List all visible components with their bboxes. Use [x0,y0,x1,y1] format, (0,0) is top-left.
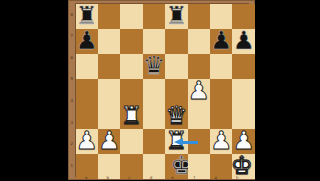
square-g5[interactable] [210,79,232,104]
piece-black-queen-d6[interactable]: ♛ [143,53,165,78]
square-c8[interactable] [120,4,142,29]
rank-label-3: 3 [68,111,76,133]
file-label-e: e [162,176,184,181]
square-h6[interactable] [232,54,254,79]
piece-white-pawn-h2[interactable]: ♟ [232,128,254,153]
piece-white-pawn-f5[interactable]: ♟ [188,78,210,103]
piece-white-pawn-g2[interactable]: ♟ [210,128,232,153]
square-g2[interactable]: ♟ [210,129,232,154]
file-label-c: c [119,176,141,181]
rank-label-5: 5 [68,68,76,90]
square-e7[interactable] [165,29,187,54]
file-label-d: d [140,176,162,181]
square-b2[interactable]: ♟ [98,129,120,154]
square-d6[interactable]: ♛ [143,54,165,79]
square-a2[interactable]: ♟ [76,129,98,154]
square-c3[interactable]: ♜ [120,104,142,129]
square-g6[interactable] [210,54,232,79]
rank-label-4: 4 [68,90,76,112]
move-arrow-shaft [182,141,198,144]
square-d3[interactable] [143,104,165,129]
move-arrow [174,138,199,147]
piece-white-pawn-b2[interactable]: ♟ [98,128,120,153]
piece-black-pawn-a7[interactable]: ♟ [76,28,98,53]
rank-label-6: 6 [68,47,76,69]
rank-labels: 87654321 [68,4,76,177]
square-f7[interactable] [188,29,210,54]
video-frame: 87654321 ♜♜♟♟♟♛♟♜♛♟♟♜♟♟♚♚ abcdefgh [0,0,320,180]
square-a7[interactable]: ♟ [76,29,98,54]
file-labels: abcdefgh [76,176,249,181]
square-d8[interactable] [143,4,165,29]
file-label-h: h [226,176,248,181]
chess-board-squares: ♜♜♟♟♟♛♟♜♛♟♟♜♟♟♚♚ [76,4,249,177]
piece-white-pawn-a2[interactable]: ♟ [76,128,98,153]
piece-black-pawn-g7[interactable]: ♟ [210,28,232,53]
square-a5[interactable] [76,79,98,104]
piece-black-rook-e8[interactable]: ♜ [165,3,187,28]
square-c6[interactable] [120,54,142,79]
rank-label-2: 2 [68,133,76,155]
square-f5[interactable]: ♟ [188,79,210,104]
square-a6[interactable] [76,54,98,79]
piece-black-rook-a8[interactable]: ♜ [76,3,98,28]
piece-black-pawn-h7[interactable]: ♟ [232,28,254,53]
square-b6[interactable] [98,54,120,79]
rank-label-8: 8 [68,4,76,26]
square-d2[interactable] [143,129,165,154]
piece-white-king-h1[interactable]: ♚ [230,153,252,178]
square-g7[interactable]: ♟ [210,29,232,54]
piece-white-queen-e3[interactable]: ♛ [165,103,187,128]
file-label-f: f [183,176,205,181]
rank-label-7: 7 [68,25,76,47]
square-f3[interactable] [188,104,210,129]
piece-white-rook-c3[interactable]: ♜ [120,103,142,128]
file-label-g: g [205,176,227,181]
file-label-a: a [76,176,98,181]
square-e8[interactable]: ♜ [165,4,187,29]
square-b8[interactable] [98,4,120,29]
square-f8[interactable] [188,4,210,29]
rank-label-1: 1 [68,154,76,176]
square-h7[interactable]: ♟ [232,29,254,54]
chess-board: 87654321 ♜♜♟♟♟♛♟♜♛♟♟♜♟♟♚♚ abcdefgh [68,0,255,180]
square-e6[interactable] [165,54,187,79]
square-b7[interactable] [98,29,120,54]
square-b5[interactable] [98,79,120,104]
file-label-b: b [97,176,119,181]
square-d5[interactable] [143,79,165,104]
square-h5[interactable] [232,79,254,104]
square-c7[interactable] [120,29,142,54]
square-c2[interactable] [120,129,142,154]
